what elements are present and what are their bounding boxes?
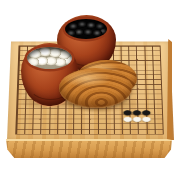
white-stone: ● [142,115,152,122]
board-cell[interactable] [59,132,67,137]
board-cell[interactable]: ● [123,115,133,122]
board-cell[interactable] [99,132,107,137]
board-cell[interactable]: ● [142,115,152,122]
board-cell[interactable] [27,132,35,137]
go-scene: ●●●●●● [0,0,180,180]
black-stones-in-bowl [65,19,107,39]
board-cell[interactable]: ● [132,115,142,122]
board-cell[interactable] [123,132,133,137]
board-cell[interactable] [83,132,91,137]
board-cell[interactable] [107,115,115,122]
board-cell[interactable] [99,115,107,122]
board-cell[interactable] [51,115,59,122]
board-cell[interactable] [28,115,36,122]
board-front-face [6,139,172,158]
board-cell[interactable] [36,115,44,122]
board-cell[interactable] [115,115,123,122]
board-cell[interactable] [43,115,51,122]
board-cell[interactable] [67,132,75,137]
board-cell[interactable] [91,132,99,137]
board-cell[interactable] [133,132,143,137]
board-cell[interactable] [115,132,123,137]
board-cell[interactable] [142,132,152,137]
white-stone: ● [132,115,142,122]
board-cell[interactable] [83,115,91,122]
board-cell[interactable] [75,132,83,137]
board-cell[interactable] [159,115,167,122]
board-cell[interactable] [51,132,59,137]
bowl-lid-front [59,68,132,108]
board-cell[interactable] [107,132,115,137]
board-cell[interactable] [20,115,28,122]
board-cell[interactable] [43,132,51,137]
board-cell[interactable] [75,115,83,122]
board-cell[interactable] [11,132,19,137]
white-stones-in-bowl [27,47,72,69]
board-cell[interactable] [67,115,75,122]
board-cell[interactable] [91,115,99,122]
board-cell[interactable] [151,115,159,122]
board-cell[interactable] [35,132,43,137]
board-cell[interactable] [152,132,160,137]
board-cell[interactable] [19,132,27,137]
white-stone: ● [123,115,133,122]
board-cell[interactable] [160,132,168,137]
board-cell[interactable] [59,115,67,122]
board-cell[interactable] [12,115,20,122]
